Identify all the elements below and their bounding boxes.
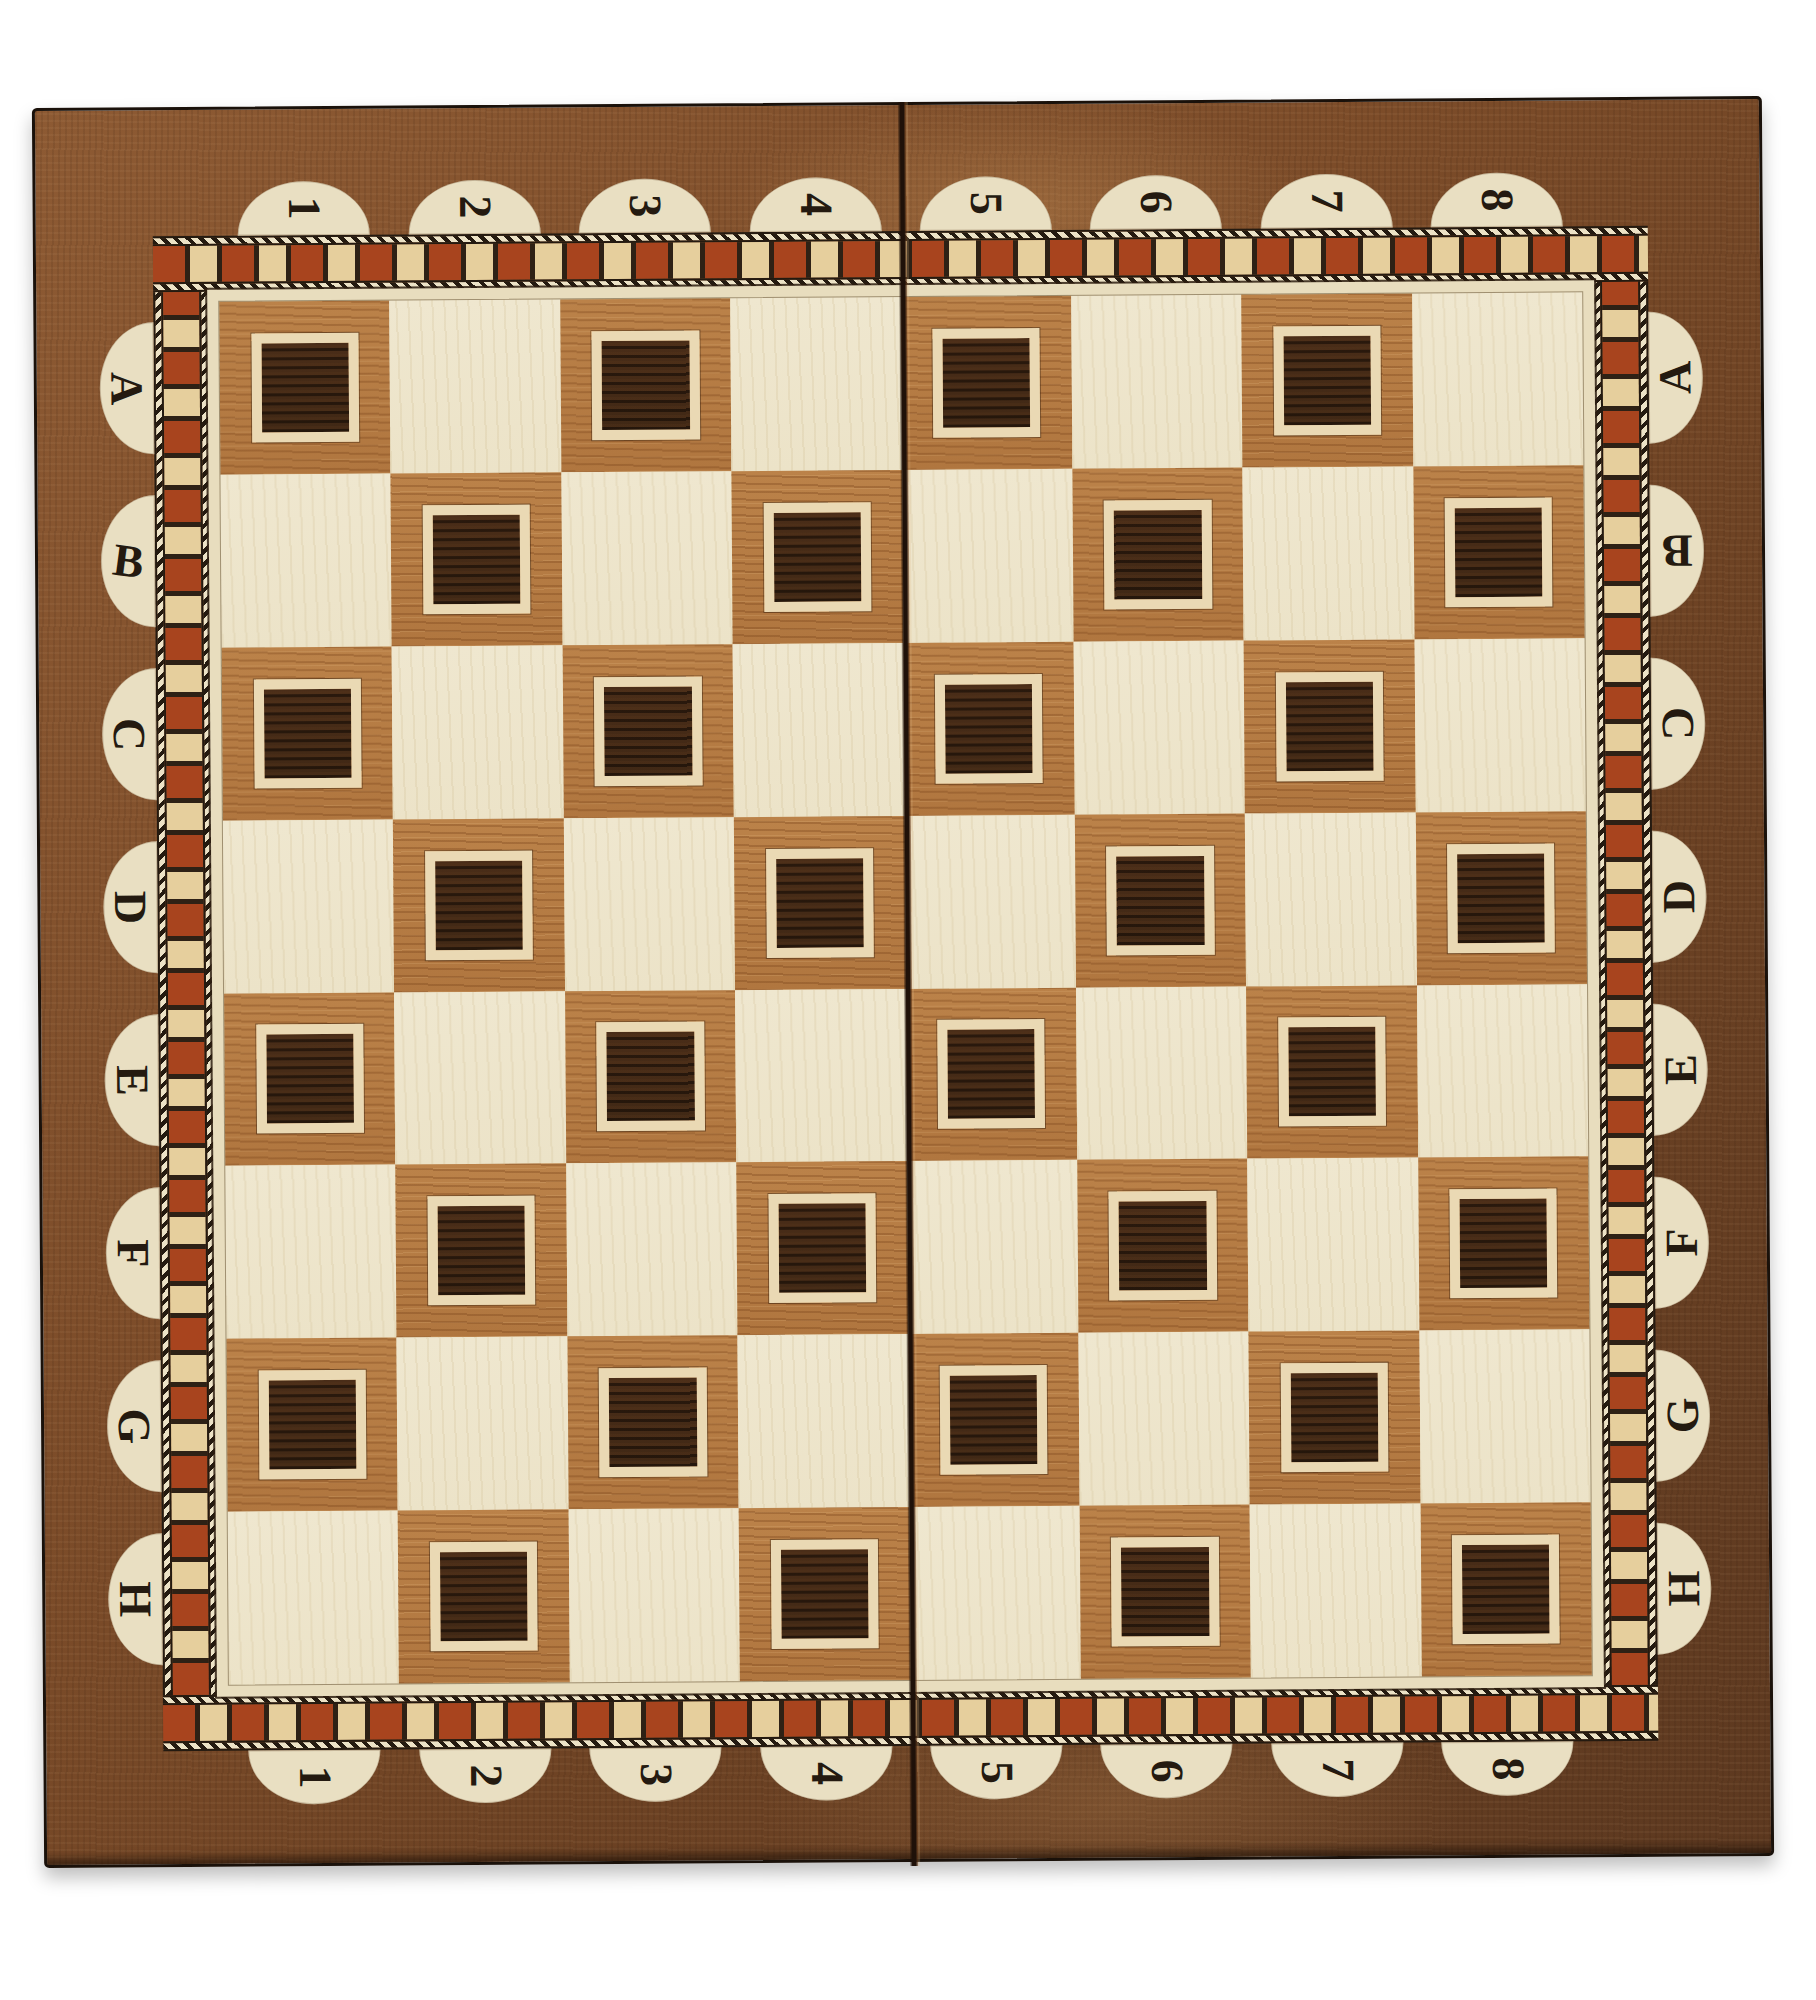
coord-tab-left-f: F: [105, 1187, 160, 1319]
inlay-square: [768, 1194, 876, 1304]
square-H3[interactable]: [568, 1508, 740, 1682]
coord-tab-left-c: C: [102, 668, 157, 800]
inlay-square: [1104, 500, 1212, 610]
square-C3[interactable]: [562, 644, 734, 818]
square-A8[interactable]: [1412, 292, 1584, 466]
inlay-square: [932, 328, 1040, 438]
coord-label: D: [107, 891, 153, 925]
inlay-square: [771, 1539, 879, 1649]
coord-tab-right-a: A: [1648, 311, 1703, 443]
square-C4[interactable]: [733, 643, 905, 817]
coord-tab-right-d: D: [1652, 830, 1707, 962]
coord-tab-left-h: H: [108, 1533, 163, 1665]
inlay-square: [592, 330, 700, 440]
inlay-square: [430, 1542, 538, 1652]
square-A3[interactable]: [560, 298, 732, 472]
coord-tab-top-1: 1: [237, 181, 369, 236]
coord-label: A: [1653, 361, 1699, 395]
coord-label: G: [111, 1408, 157, 1444]
square-C6[interactable]: [1074, 640, 1246, 814]
coord-tab-bottom-2: 2: [419, 1748, 551, 1803]
coord-label: D: [1656, 880, 1702, 914]
coord-label: E: [109, 1065, 155, 1096]
square-G3[interactable]: [567, 1335, 739, 1509]
inlay-square: [1273, 326, 1381, 436]
square-H2[interactable]: [398, 1509, 570, 1683]
coord-label: B: [110, 537, 147, 587]
inlay-square: [1276, 671, 1384, 781]
coord-label: G: [1660, 1398, 1706, 1434]
inlay-square: [258, 1370, 366, 1480]
square-G2[interactable]: [397, 1337, 569, 1511]
square-H4[interactable]: [739, 1507, 911, 1681]
square-E8[interactable]: [1417, 984, 1589, 1158]
square-F6[interactable]: [1077, 1159, 1249, 1333]
coord-tab-right-h: H: [1657, 1522, 1712, 1654]
square-G8[interactable]: [1419, 1329, 1591, 1503]
coord-tab-top-7: 7: [1260, 174, 1392, 229]
square-B3[interactable]: [561, 471, 733, 645]
coord-label: 8: [1473, 188, 1519, 211]
inlay-square: [1445, 497, 1553, 607]
coord-label: H: [1661, 1571, 1707, 1607]
coord-label: 1: [281, 197, 327, 220]
square-G5[interactable]: [908, 1333, 1080, 1507]
coord-tab-top-8: 8: [1430, 172, 1562, 227]
coord-label: F: [1659, 1228, 1705, 1256]
square-F7[interactable]: [1247, 1158, 1419, 1332]
coord-tab-top-6: 6: [1089, 175, 1221, 230]
coord-label: 2: [462, 1764, 508, 1787]
square-E4[interactable]: [735, 988, 907, 1162]
square-A2[interactable]: [390, 299, 562, 473]
inlay-square: [253, 679, 361, 789]
square-F3[interactable]: [566, 1163, 738, 1337]
coord-label: F: [110, 1239, 156, 1267]
inlay-square: [425, 850, 533, 960]
coord-tab-bottom-8: 8: [1441, 1741, 1573, 1796]
square-A7[interactable]: [1241, 293, 1413, 467]
coord-label: B: [1662, 527, 1693, 573]
coord-tab-top-2: 2: [408, 180, 540, 235]
coord-label: 5: [962, 192, 1008, 215]
square-B5[interactable]: [902, 469, 1074, 643]
coord-tab-right-g: G: [1656, 1349, 1711, 1481]
coord-label: 5: [973, 1761, 1019, 1784]
inlay-square: [1452, 1535, 1560, 1645]
coord-tab-bottom-7: 7: [1271, 1743, 1403, 1798]
square-E6[interactable]: [1076, 986, 1248, 1160]
inlay-square: [597, 1022, 705, 1132]
coord-label: 7: [1303, 189, 1349, 212]
square-E5[interactable]: [906, 987, 1078, 1161]
coord-tab-right-f: F: [1654, 1176, 1709, 1308]
coord-label: 4: [803, 1762, 849, 1785]
inlay-square: [251, 333, 359, 443]
square-H1[interactable]: [228, 1511, 400, 1685]
square-C1[interactable]: [222, 646, 394, 820]
chess-board: 1234567812345678ABCDEFGHABCDEFGH: [32, 96, 1774, 1868]
square-F2[interactable]: [396, 1164, 568, 1338]
coord-label: 6: [1132, 191, 1178, 214]
square-D1[interactable]: [223, 819, 395, 993]
coord-tab-left-d: D: [103, 841, 158, 973]
square-F5[interactable]: [907, 1160, 1079, 1334]
square-E3[interactable]: [565, 990, 737, 1164]
square-F8[interactable]: [1418, 1157, 1590, 1331]
coord-tab-left-b: B: [101, 495, 156, 627]
inlay-square: [935, 674, 1043, 784]
square-C5[interactable]: [903, 642, 1075, 816]
coord-label: A: [104, 372, 150, 406]
inlay-square: [940, 1365, 1048, 1475]
square-E7[interactable]: [1246, 985, 1418, 1159]
inlay-square: [766, 848, 874, 958]
coord-label: 4: [792, 193, 838, 216]
square-D7[interactable]: [1245, 812, 1417, 986]
square-G4[interactable]: [738, 1334, 910, 1508]
square-B7[interactable]: [1243, 466, 1415, 640]
inlay-square: [763, 502, 871, 612]
coord-tab-left-e: E: [104, 1014, 159, 1146]
inlay-square: [1280, 1363, 1388, 1473]
coord-tab-top-3: 3: [578, 178, 710, 233]
inlay-square: [1450, 1189, 1558, 1299]
inlay-square: [423, 504, 531, 614]
inlay-square: [594, 676, 702, 786]
square-C2[interactable]: [392, 645, 564, 819]
square-B4[interactable]: [732, 470, 904, 644]
square-E1[interactable]: [224, 992, 396, 1166]
coord-label: 7: [1314, 1758, 1360, 1781]
square-B2[interactable]: [391, 472, 563, 646]
square-A4[interactable]: [730, 297, 902, 471]
square-H8[interactable]: [1420, 1502, 1592, 1676]
square-C8[interactable]: [1414, 638, 1586, 812]
coord-tab-bottom-4: 4: [760, 1746, 892, 1801]
coord-label: 3: [632, 1763, 678, 1786]
coord-tab-left-g: G: [107, 1360, 162, 1492]
square-D8[interactable]: [1415, 811, 1587, 985]
inlay-square: [1278, 1017, 1386, 1127]
square-B6[interactable]: [1072, 467, 1244, 641]
coord-tab-right-e: E: [1653, 1003, 1708, 1135]
coord-tab-top-5: 5: [919, 176, 1051, 231]
inlay-square: [1106, 845, 1214, 955]
coord-tab-bottom-3: 3: [589, 1747, 721, 1802]
inlay-square: [599, 1368, 707, 1478]
square-A1[interactable]: [219, 301, 391, 475]
coord-label: 1: [291, 1765, 337, 1788]
square-G7[interactable]: [1249, 1331, 1421, 1505]
square-C7[interactable]: [1244, 639, 1416, 813]
coord-tab-bottom-1: 1: [248, 1750, 380, 1805]
inlay-square: [427, 1196, 535, 1306]
square-A5[interactable]: [901, 296, 1073, 470]
coord-tab-top-4: 4: [749, 177, 881, 232]
square-F4[interactable]: [736, 1161, 908, 1335]
coord-label: 2: [451, 195, 497, 218]
inlay-square: [256, 1024, 364, 1134]
square-A6[interactable]: [1071, 295, 1243, 469]
square-B8[interactable]: [1413, 465, 1585, 639]
coord-tab-right-c: C: [1651, 657, 1706, 789]
inlay-square: [937, 1019, 1045, 1129]
square-H7[interactable]: [1250, 1504, 1422, 1678]
square-E2[interactable]: [394, 991, 566, 1165]
coord-label: 6: [1143, 1760, 1189, 1783]
coord-tab-bottom-5: 5: [930, 1745, 1062, 1800]
square-G6[interactable]: [1078, 1332, 1250, 1506]
square-B1[interactable]: [220, 473, 392, 647]
square-D5[interactable]: [904, 814, 1076, 988]
coord-label: 3: [621, 194, 667, 217]
square-D3[interactable]: [564, 817, 736, 991]
coord-tab-left-a: A: [99, 322, 154, 454]
coord-label: H: [112, 1581, 158, 1617]
coord-tab-bottom-6: 6: [1100, 1744, 1232, 1799]
coord-tab-right-b: B: [1650, 484, 1705, 616]
square-D6[interactable]: [1075, 813, 1247, 987]
square-D4[interactable]: [734, 816, 906, 990]
coord-label: 8: [1484, 1757, 1530, 1780]
square-H6[interactable]: [1080, 1505, 1252, 1679]
square-F1[interactable]: [225, 1165, 397, 1339]
coord-label: C: [106, 718, 152, 752]
coord-label: C: [1655, 707, 1701, 741]
square-H5[interactable]: [909, 1506, 1081, 1680]
inlay-square: [1111, 1537, 1219, 1647]
square-G1[interactable]: [226, 1338, 398, 1512]
inlay-square: [1447, 843, 1555, 953]
inlay-square: [1109, 1191, 1217, 1301]
square-D2[interactable]: [393, 818, 565, 992]
coord-label: E: [1658, 1054, 1704, 1085]
